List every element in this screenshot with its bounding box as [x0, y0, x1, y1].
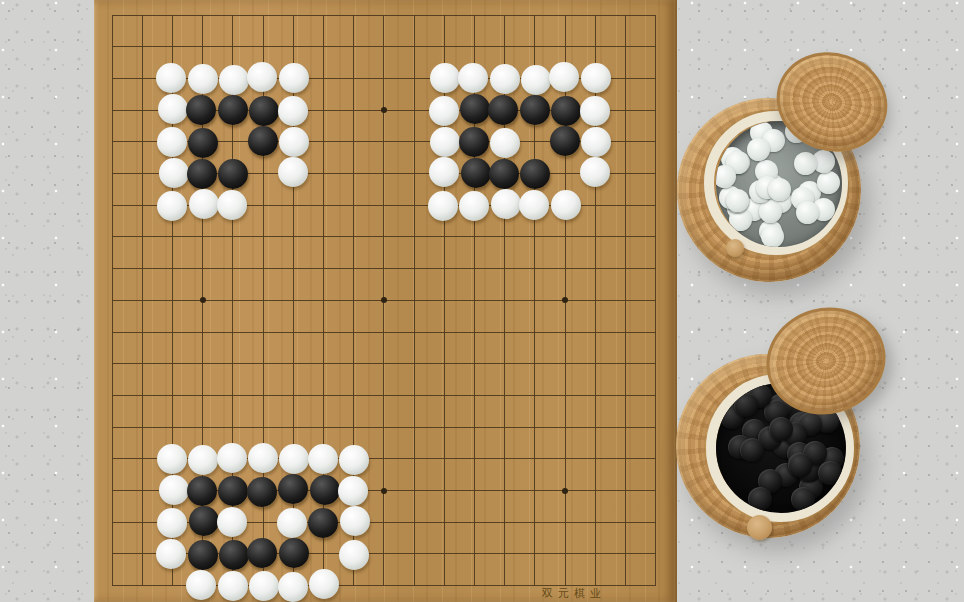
stone-white[interactable]	[217, 507, 247, 537]
stone-white[interactable]	[188, 64, 218, 94]
stone-white[interactable]	[430, 63, 460, 93]
stone-black[interactable]	[278, 474, 308, 504]
stone-black[interactable]	[461, 158, 491, 188]
stone-white[interactable]	[519, 190, 549, 220]
stone-white[interactable]	[338, 476, 368, 506]
board-brand-text: 双元棋业	[542, 586, 632, 601]
bowl-stone-white	[759, 200, 782, 223]
stone-white[interactable]	[430, 127, 460, 157]
star-point	[381, 297, 387, 303]
stone-white[interactable]	[339, 445, 369, 475]
stone-white[interactable]	[308, 444, 338, 474]
stone-black[interactable]	[310, 475, 340, 505]
white-bowl-bead	[726, 239, 744, 257]
stone-black[interactable]	[186, 95, 216, 125]
star-point	[200, 297, 206, 303]
stone-black[interactable]	[550, 126, 580, 156]
stone-white[interactable]	[580, 96, 610, 126]
stone-white[interactable]	[429, 157, 459, 187]
stone-white[interactable]	[581, 63, 611, 93]
stone-white[interactable]	[159, 475, 189, 505]
stone-white[interactable]	[189, 189, 219, 219]
stone-white[interactable]	[218, 571, 248, 601]
stone-white[interactable]	[581, 127, 611, 157]
stone-white[interactable]	[278, 572, 308, 602]
stone-black[interactable]	[188, 128, 218, 158]
stone-black[interactable]	[279, 538, 309, 568]
grid-line-vertical	[625, 15, 626, 586]
stone-white[interactable]	[339, 540, 369, 570]
stone-white[interactable]	[521, 65, 551, 95]
grid-line-horizontal	[112, 332, 656, 333]
stone-black[interactable]	[520, 159, 550, 189]
table-surface: 双元棋业	[0, 0, 964, 602]
stone-white[interactable]	[491, 189, 521, 219]
bowl-stone-white	[726, 189, 749, 212]
stone-white[interactable]	[217, 190, 247, 220]
stone-white[interactable]	[249, 571, 279, 601]
bowl-stone-black	[769, 417, 793, 441]
go-board[interactable]: 双元棋业	[94, 0, 677, 602]
stone-black[interactable]	[520, 95, 550, 125]
stone-black[interactable]	[460, 94, 490, 124]
stone-white[interactable]	[157, 508, 187, 538]
stone-white[interactable]	[459, 191, 489, 221]
star-point	[562, 488, 568, 494]
stone-black[interactable]	[187, 159, 217, 189]
bowl-stone-white	[716, 165, 736, 188]
stone-white[interactable]	[309, 569, 339, 599]
stone-white[interactable]	[156, 63, 186, 93]
stone-white[interactable]	[428, 191, 458, 221]
stone-white[interactable]	[340, 506, 370, 536]
bowl-stone-white	[794, 152, 817, 175]
stone-black[interactable]	[218, 159, 248, 189]
bowl-stone-white	[761, 225, 784, 247]
stone-white[interactable]	[186, 570, 216, 600]
stone-white[interactable]	[278, 157, 308, 187]
bowl-stone-black	[740, 438, 764, 462]
stone-white[interactable]	[188, 445, 218, 475]
stone-black[interactable]	[247, 477, 277, 507]
stone-white[interactable]	[490, 64, 520, 94]
stone-white[interactable]	[156, 539, 186, 569]
stone-white[interactable]	[279, 63, 309, 93]
stone-white[interactable]	[279, 127, 309, 157]
stone-black[interactable]	[218, 476, 248, 506]
stone-black[interactable]	[188, 540, 218, 570]
stone-black[interactable]	[489, 159, 519, 189]
star-point	[381, 488, 387, 494]
stone-white[interactable]	[580, 157, 610, 187]
stone-black[interactable]	[488, 95, 518, 125]
stone-black[interactable]	[459, 127, 489, 157]
bowl-stone-white	[747, 138, 770, 161]
stone-black[interactable]	[249, 96, 279, 126]
stone-white[interactable]	[549, 62, 579, 92]
stone-black[interactable]	[247, 538, 277, 568]
stone-white[interactable]	[157, 127, 187, 157]
stone-white[interactable]	[458, 63, 488, 93]
grid-line-horizontal	[112, 427, 656, 428]
grid-line-vertical	[414, 15, 415, 586]
stone-white[interactable]	[157, 191, 187, 221]
stone-black[interactable]	[308, 508, 338, 538]
stone-white[interactable]	[159, 158, 189, 188]
grid-line-vertical	[655, 15, 656, 586]
stone-white[interactable]	[219, 65, 249, 95]
bowl-stone-black	[788, 453, 812, 477]
stone-white[interactable]	[157, 444, 187, 474]
bowl-stone-white	[817, 171, 840, 194]
stone-white[interactable]	[277, 508, 307, 538]
stone-white[interactable]	[490, 128, 520, 158]
stone-black[interactable]	[218, 95, 248, 125]
stone-white[interactable]	[217, 443, 247, 473]
bowl-stone-white	[796, 201, 819, 224]
grid-line-horizontal	[112, 363, 656, 364]
stone-black[interactable]	[189, 506, 219, 536]
stone-black[interactable]	[219, 540, 249, 570]
star-point	[562, 297, 568, 303]
stone-white[interactable]	[551, 190, 581, 220]
stone-white[interactable]	[247, 62, 277, 92]
stone-white[interactable]	[248, 443, 278, 473]
star-point	[381, 107, 387, 113]
stone-black[interactable]	[187, 476, 217, 506]
stone-white[interactable]	[158, 94, 188, 124]
stone-white[interactable]	[429, 96, 459, 126]
grid-line-horizontal	[112, 395, 656, 396]
black-bowl-bead	[747, 515, 772, 540]
stone-black[interactable]	[248, 126, 278, 156]
stone-black[interactable]	[551, 96, 581, 126]
stone-white[interactable]	[278, 96, 308, 126]
stone-white[interactable]	[279, 444, 309, 474]
